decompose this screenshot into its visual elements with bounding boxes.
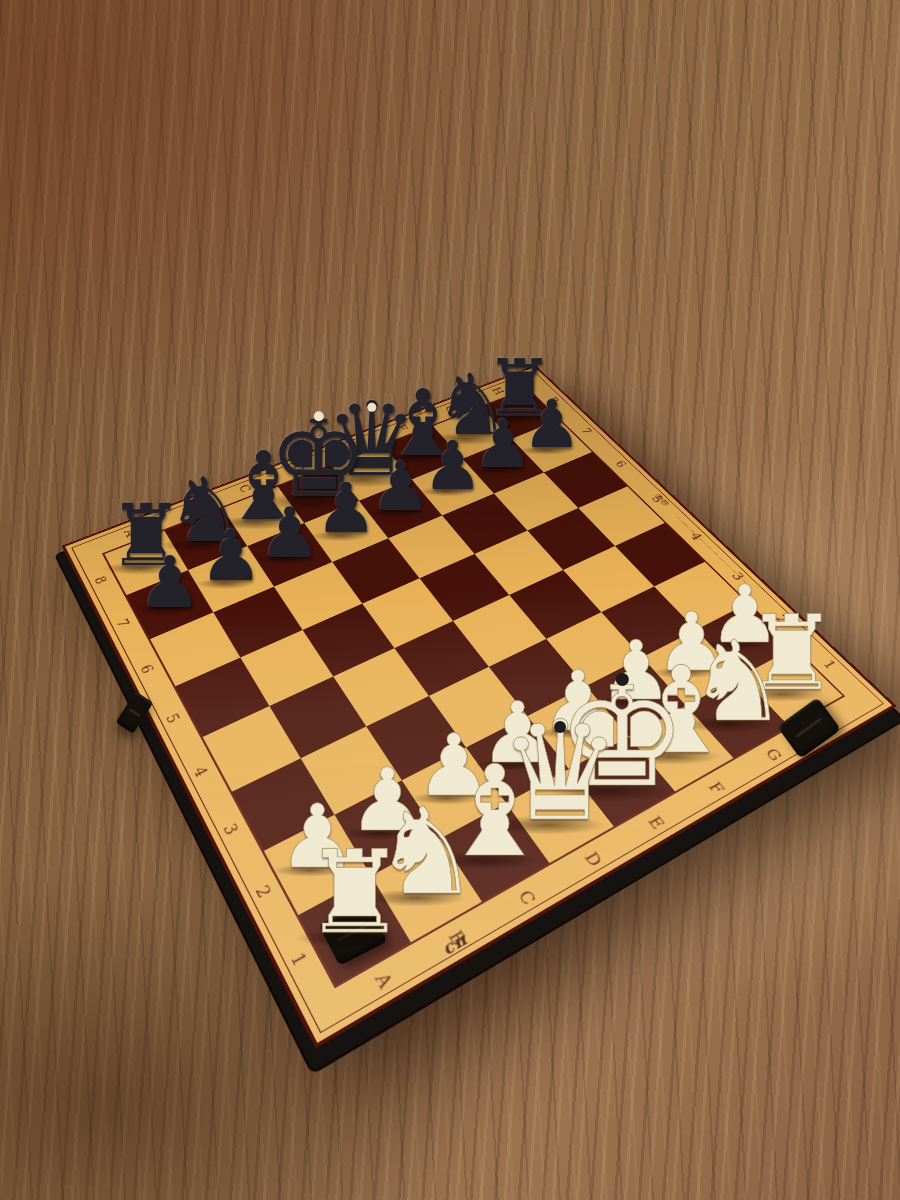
black-pawn-d7[interactable]: ♟ [315,475,377,544]
ivory-finial [313,412,323,422]
dark-finial [615,673,628,686]
black-pawn-e7[interactable]: ♟ [370,453,431,521]
dark-finial [554,721,566,733]
black-pawn-f7[interactable]: ♟ [423,432,484,500]
black-pawn-b7[interactable]: ♟ [199,521,262,592]
black-pawn-c7[interactable]: ♟ [259,498,321,568]
black-pawn-a7[interactable]: ♟ [138,546,202,617]
white-rook-a1[interactable]: ♜ [303,836,406,951]
pieces-layer: ♜♞♝♚♛♝♞♜♟♟♟♟♟♟♟♟♟♟♟♟♟♟♟♟♜♞♝♛♚♝♞♜ [0,0,900,1200]
